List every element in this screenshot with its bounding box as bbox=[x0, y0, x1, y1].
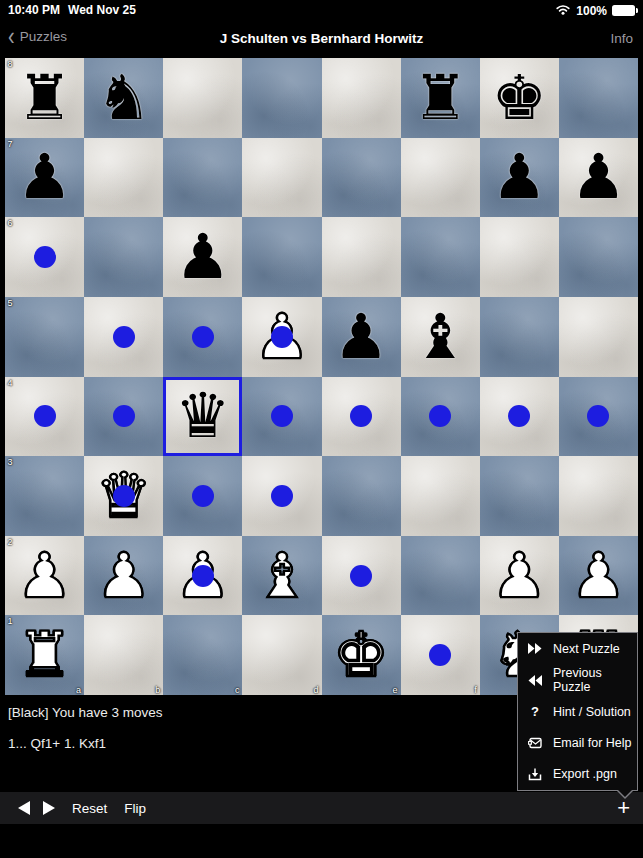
battery-percent: 100% bbox=[576, 4, 607, 18]
turn-status-text: [Black] You have 3 moves bbox=[8, 705, 568, 720]
move-text-area: [Black] You have 3 moves 1... Qf1+ 1. Kx… bbox=[8, 695, 568, 751]
square-g2[interactable]: ♟ bbox=[480, 536, 559, 616]
status-time: 10:40 PM bbox=[8, 3, 60, 17]
legal-move-dot[interactable] bbox=[271, 326, 293, 348]
square-c7[interactable] bbox=[163, 138, 242, 218]
add-menu-button[interactable]: + bbox=[617, 798, 630, 818]
legal-move-dot[interactable] bbox=[429, 405, 451, 427]
square-g6[interactable] bbox=[480, 217, 559, 297]
square-d6[interactable] bbox=[242, 217, 321, 297]
rank-label: 1 bbox=[8, 616, 13, 626]
square-a1[interactable]: 1a♜ bbox=[5, 615, 84, 695]
square-a7[interactable]: 7♟ bbox=[5, 138, 84, 218]
square-h3[interactable] bbox=[559, 456, 638, 536]
black-knight-piece: ♞ bbox=[84, 58, 163, 138]
legal-move-dot[interactable] bbox=[113, 326, 135, 348]
black-pawn-piece: ♟ bbox=[559, 138, 638, 218]
square-e6[interactable] bbox=[322, 217, 401, 297]
reset-button[interactable]: Reset bbox=[72, 801, 107, 816]
file-label: d bbox=[313, 685, 318, 695]
square-a2[interactable]: 2♟ bbox=[5, 536, 84, 616]
legal-move-dot[interactable] bbox=[587, 405, 609, 427]
square-e8[interactable] bbox=[322, 58, 401, 138]
square-b3[interactable]: ♛ bbox=[84, 456, 163, 536]
menu-item-email-for-help[interactable]: Email for Help bbox=[518, 727, 637, 758]
flip-button[interactable]: Flip bbox=[124, 801, 146, 816]
square-a8[interactable]: 8♜ bbox=[5, 58, 84, 138]
hint-icon: ? bbox=[527, 704, 543, 719]
square-d4[interactable] bbox=[242, 377, 321, 457]
square-g8[interactable]: ♚ bbox=[480, 58, 559, 138]
rank-label: 3 bbox=[8, 457, 13, 467]
square-d5[interactable]: ♟ bbox=[242, 297, 321, 377]
square-f4[interactable] bbox=[401, 377, 480, 457]
square-h8[interactable] bbox=[559, 58, 638, 138]
white-rook-piece: ♜ bbox=[5, 615, 84, 695]
step-back-button[interactable] bbox=[18, 801, 30, 815]
file-label: c bbox=[235, 685, 240, 695]
square-c6[interactable]: ♟ bbox=[163, 217, 242, 297]
square-e5[interactable]: ♟ bbox=[322, 297, 401, 377]
square-b7[interactable] bbox=[84, 138, 163, 218]
square-h2[interactable]: ♟ bbox=[559, 536, 638, 616]
black-rook-piece: ♜ bbox=[401, 58, 480, 138]
square-g3[interactable] bbox=[480, 456, 559, 536]
white-pawn-piece: ♟ bbox=[559, 536, 638, 616]
legal-move-dot[interactable] bbox=[192, 326, 214, 348]
legal-move-dot[interactable] bbox=[350, 565, 372, 587]
square-a4[interactable]: 4 bbox=[5, 377, 84, 457]
email-icon bbox=[527, 737, 543, 749]
square-h5[interactable] bbox=[559, 297, 638, 377]
square-d7[interactable] bbox=[242, 138, 321, 218]
export-icon bbox=[527, 768, 543, 781]
square-b2[interactable]: ♟ bbox=[84, 536, 163, 616]
square-e7[interactable] bbox=[322, 138, 401, 218]
square-e2[interactable] bbox=[322, 536, 401, 616]
white-pawn-piece: ♟ bbox=[84, 536, 163, 616]
rank-label: 2 bbox=[8, 537, 13, 547]
previous-puzzle-icon bbox=[527, 675, 543, 686]
legal-move-dot[interactable] bbox=[350, 405, 372, 427]
square-f6[interactable] bbox=[401, 217, 480, 297]
status-date: Wed Nov 25 bbox=[68, 3, 136, 17]
menu-item-next-puzzle[interactable]: Next Puzzle bbox=[518, 633, 637, 664]
black-rook-piece: ♜ bbox=[5, 58, 84, 138]
legal-move-dot[interactable] bbox=[34, 246, 56, 268]
square-g4[interactable] bbox=[480, 377, 559, 457]
file-label: a bbox=[76, 685, 81, 695]
bottom-toolbar: Reset Flip + bbox=[0, 792, 643, 824]
chess-board: 8♜♞♜♚7♟♟♟6♟5♟♟♝4♛3♛2♟♟♟♝♟♟1a♜bcde♚fg♞h♜ bbox=[5, 58, 638, 695]
file-label: b bbox=[155, 685, 160, 695]
legal-move-dot[interactable] bbox=[113, 485, 135, 507]
solution-text: 1... Qf1+ 1. Kxf1 bbox=[8, 736, 568, 751]
square-a6[interactable]: 6 bbox=[5, 217, 84, 297]
square-a3[interactable]: 3 bbox=[5, 456, 84, 536]
square-c8[interactable] bbox=[163, 58, 242, 138]
square-c2[interactable]: ♟ bbox=[163, 536, 242, 616]
square-f1[interactable]: f bbox=[401, 615, 480, 695]
square-a5[interactable]: 5 bbox=[5, 297, 84, 377]
navigation-bar: ‹ Puzzles J Schulten vs Bernhard Horwitz… bbox=[0, 20, 643, 58]
battery-icon bbox=[612, 5, 635, 16]
menu-item-previous-puzzle[interactable]: Previous Puzzle bbox=[518, 664, 637, 695]
square-e1[interactable]: e♚ bbox=[322, 615, 401, 695]
square-b5[interactable] bbox=[84, 297, 163, 377]
square-h4[interactable] bbox=[559, 377, 638, 457]
menu-item-label: Email for Help bbox=[553, 736, 632, 750]
square-b4[interactable] bbox=[84, 377, 163, 457]
square-f7[interactable] bbox=[401, 138, 480, 218]
status-bar: 10:40 PM Wed Nov 25 100% bbox=[0, 0, 643, 20]
legal-move-dot[interactable] bbox=[113, 405, 135, 427]
square-b8[interactable]: ♞ bbox=[84, 58, 163, 138]
legal-move-dot[interactable] bbox=[271, 405, 293, 427]
square-e4[interactable] bbox=[322, 377, 401, 457]
white-pawn-piece: ♟ bbox=[5, 536, 84, 616]
menu-item-export-pgn[interactable]: Export .pgn bbox=[518, 759, 637, 790]
square-c3[interactable] bbox=[163, 456, 242, 536]
square-h7[interactable]: ♟ bbox=[559, 138, 638, 218]
square-b6[interactable] bbox=[84, 217, 163, 297]
white-bishop-piece: ♝ bbox=[242, 536, 321, 616]
step-forward-button[interactable] bbox=[43, 801, 55, 815]
black-bishop-piece: ♝ bbox=[401, 297, 480, 377]
info-button[interactable]: Info bbox=[610, 31, 633, 46]
square-g5[interactable] bbox=[480, 297, 559, 377]
rank-label: 4 bbox=[8, 378, 13, 388]
app-screen: 10:40 PM Wed Nov 25 100% ‹ Puzzles J Sch… bbox=[0, 0, 643, 858]
file-label: f bbox=[474, 685, 477, 695]
square-d1[interactable]: d bbox=[242, 615, 321, 695]
square-h6[interactable] bbox=[559, 217, 638, 297]
menu-item-hint-solution[interactable]: ? Hint / Solution bbox=[518, 696, 637, 727]
white-pawn-piece: ♟ bbox=[480, 536, 559, 616]
legal-move-dot[interactable] bbox=[34, 405, 56, 427]
square-e3[interactable] bbox=[322, 456, 401, 536]
square-d8[interactable] bbox=[242, 58, 321, 138]
square-c1[interactable]: c bbox=[163, 615, 242, 695]
rank-label: 7 bbox=[8, 139, 13, 149]
rank-label: 5 bbox=[8, 298, 13, 308]
square-g7[interactable]: ♟ bbox=[480, 138, 559, 218]
menu-item-label: Next Puzzle bbox=[553, 642, 620, 656]
black-pawn-piece: ♟ bbox=[322, 297, 401, 377]
menu-item-label: Export .pgn bbox=[553, 767, 617, 781]
square-c5[interactable] bbox=[163, 297, 242, 377]
menu-item-label: Previous Puzzle bbox=[553, 666, 637, 694]
legal-move-dot[interactable] bbox=[271, 485, 293, 507]
square-f3[interactable] bbox=[401, 456, 480, 536]
legal-move-dot[interactable] bbox=[192, 565, 214, 587]
square-d2[interactable]: ♝ bbox=[242, 536, 321, 616]
black-queen-piece: ♛ bbox=[163, 377, 242, 457]
legal-move-dot[interactable] bbox=[429, 644, 451, 666]
next-puzzle-icon bbox=[527, 643, 543, 654]
black-pawn-piece: ♟ bbox=[163, 217, 242, 297]
black-pawn-piece: ♟ bbox=[5, 138, 84, 218]
puzzle-menu-popup: Next Puzzle Previous Puzzle ? Hint / Sol… bbox=[517, 632, 638, 791]
square-d3[interactable] bbox=[242, 456, 321, 536]
square-c4[interactable]: ♛ bbox=[163, 377, 242, 457]
legal-move-dot[interactable] bbox=[192, 485, 214, 507]
square-f5[interactable]: ♝ bbox=[401, 297, 480, 377]
black-king-piece: ♚ bbox=[480, 58, 559, 138]
rank-label: 8 bbox=[8, 59, 13, 69]
square-b1[interactable]: b bbox=[84, 615, 163, 695]
square-f2[interactable] bbox=[401, 536, 480, 616]
rank-label: 6 bbox=[8, 218, 13, 228]
black-pawn-piece: ♟ bbox=[480, 138, 559, 218]
menu-item-label: Hint / Solution bbox=[553, 705, 631, 719]
file-label: e bbox=[393, 685, 398, 695]
legal-move-dot[interactable] bbox=[508, 405, 530, 427]
wifi-icon bbox=[555, 3, 571, 18]
square-f8[interactable]: ♜ bbox=[401, 58, 480, 138]
page-title: J Schulten vs Bernhard Horwitz bbox=[0, 31, 643, 46]
white-king-piece: ♚ bbox=[322, 615, 401, 695]
